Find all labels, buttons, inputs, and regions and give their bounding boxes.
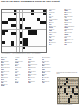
clue-item: 15 Stir upROIL (49, 22, 63, 25)
clue-answer: EST (64, 44, 79, 45)
clue-item: 8 Tiny bitIOTA (49, 16, 63, 19)
clue-item: 43 Winter flakeSNOW (64, 32, 79, 35)
clue-item: 7 UntruthLIE (15, 77, 28, 80)
clue-item: 37 Choir voiceALTO (64, 22, 79, 25)
clue-item: 44 Tree fluidSAP (64, 36, 79, 39)
clue-column-bottom-2: 1 AgainstANTI2 Capital of ItalyROME3 Not… (15, 57, 28, 107)
clue-column-right-2: 26 Sea eagleERNE28 Gala eventBALL31 Lend… (64, 9, 79, 73)
clue-item: 30 Lawn dropletsDEW (42, 67, 54, 70)
clue-item: 60 Came to restSAT (1, 71, 14, 74)
crossword-grid (1, 9, 47, 53)
thumb-letter-cell: Y (76, 100, 78, 102)
clue-item: 65 Sandy hillDUNE (1, 84, 14, 87)
clue-item: 24 Frozen waterICE (42, 57, 54, 60)
clue-item: 63 Grand taleEPIC (1, 77, 14, 80)
clue-item: 5 Sushi fishEEL (49, 12, 63, 15)
clue-text: Gentle touch (3, 64, 9, 65)
answer-thumbnail-footer[interactable]: View all NYT Crossword answers » (57, 104, 80, 105)
clue-column-bottom-4: 24 Frozen waterICE27 Grow olderAGE29 Com… (42, 57, 54, 107)
clue-item: 50 Not oddEVEN (1, 57, 14, 60)
clue-item: 64 Golf pegTEE (1, 81, 14, 84)
clue-item: 2 Capital of ItalyROME (15, 61, 28, 64)
clue-item: 4 Picnic pestANT (15, 67, 28, 70)
clue-text: Came to rest (3, 71, 10, 72)
clue-text: Earl Grey, e.g. (66, 39, 73, 40)
clue-item: 25 Yoga needMAT (49, 42, 63, 45)
clue-answer: OWL (28, 82, 41, 83)
answer-thumbnail-caption: Need help? See the completed puzzle grid… (57, 72, 80, 75)
clue-column-bottom-1: 50 Not oddEVEN52 Lion's homeDEN55 Gentle… (1, 57, 14, 107)
clue-item: 5 WapitiELK (15, 71, 28, 74)
clue-item: 32 Unruly crowdMOB (42, 71, 54, 74)
clue-item: 8 ScentODOR (15, 81, 28, 84)
clue-answer: ODOR (15, 82, 28, 83)
clue-item: 1 AgainstANTI (15, 57, 28, 60)
clue-item: 48 Ballpark fig.EST (64, 42, 79, 45)
clue-item: 16 Bakery buyTORTE (49, 26, 63, 29)
clue-item: 9 Very dryARID (28, 57, 41, 60)
clue-text: Frozen water (43, 57, 50, 58)
crossword-clues-page: { "game": "crossword", "position": "....… (0, 0, 80, 109)
clue-item: 40 Genesis gardenEDEN (64, 26, 79, 29)
clue-item: 10 SunbeamRAY (28, 61, 41, 64)
grid-cell (43, 49, 46, 52)
clue-item: 11 Historic periodERA (28, 64, 41, 67)
clue-item: 31 Lend a handAID (64, 16, 79, 19)
clue-answer: ADO (42, 82, 54, 83)
clue-item: 1 Opera soloARIA (49, 9, 63, 12)
clue-item: 52 Lion's homeDEN (1, 61, 14, 64)
clue-item: 22 Night birdOWL (28, 81, 41, 84)
clue-answer: DUNE (1, 85, 14, 86)
clue-item: 19 Not at homeAWAY (49, 32, 63, 35)
clue-item: 38 CommotionADO (42, 81, 54, 84)
clue-item: 35 Atlas pageMAP (42, 77, 54, 80)
clue-item: 28 Gala eventBALL (64, 12, 79, 15)
clue-item: 13 Male sheepRAM (28, 71, 41, 74)
clue-text: Compass pt. (43, 64, 49, 65)
clue-item: 27 Grow olderAGE (42, 61, 54, 64)
clue-item: 21 Corn unitEAR (49, 36, 63, 39)
grid-nav-line[interactable]: « Prev Crossword — All NYT Crossword Clu… (1, 53, 47, 54)
clue-item: 12 Swiss peakALP (28, 67, 41, 70)
clue-answer: MAT (49, 44, 63, 45)
clue-item: 57 Ocean motionTIDE (1, 67, 14, 70)
page-title: The NYTs Daily Crossword Clues by The Cl… (1, 1, 60, 4)
answer-thumbnail-image[interactable]: SALTMORALALOEARENAGEMTENETSADOSEATRIPETA… (57, 77, 80, 103)
clue-item: 20 Feline petCAT (28, 77, 41, 80)
clue-item: 23 Sly lookLEER (49, 39, 63, 42)
clue-column-bottom-3: 9 Very dryARID10 SunbeamRAY11 Historic p… (28, 57, 41, 107)
